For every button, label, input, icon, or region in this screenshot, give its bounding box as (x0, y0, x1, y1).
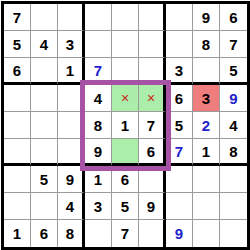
cell-r8c9[interactable] (220, 193, 247, 220)
sudoku-board: 79654387617354××639817524967185916435916… (1, 1, 250, 250)
cell-r3c7[interactable]: 3 (166, 58, 193, 85)
cell-r8c6[interactable]: 9 (139, 193, 166, 220)
cell-r7c2[interactable]: 5 (31, 166, 58, 193)
cell-r8c2[interactable] (31, 193, 58, 220)
cell-r9c4[interactable] (85, 220, 112, 247)
cell-r1c3[interactable] (58, 4, 85, 31)
cell-r6c1[interactable] (4, 139, 31, 166)
cell-r3c8[interactable] (193, 58, 220, 85)
cell-r1c4[interactable] (85, 4, 112, 31)
cell-r9c6[interactable] (139, 220, 166, 247)
cell-r7c6[interactable] (139, 166, 166, 193)
cell-r2c6[interactable] (139, 31, 166, 58)
cell-r1c9[interactable]: 6 (220, 4, 247, 31)
cell-r5c9[interactable]: 4 (220, 112, 247, 139)
cell-r4c7[interactable]: 6 (166, 85, 193, 112)
cell-r2c2[interactable]: 4 (31, 31, 58, 58)
cell-r2c5[interactable] (112, 31, 139, 58)
cell-r8c4[interactable]: 3 (85, 193, 112, 220)
cell-r3c3[interactable]: 1 (58, 58, 85, 85)
cell-r7c9[interactable] (220, 166, 247, 193)
cell-r1c2[interactable] (31, 4, 58, 31)
x-mark-icon: × (121, 91, 129, 105)
cell-r3c1[interactable]: 6 (4, 58, 31, 85)
cell-r5c1[interactable] (4, 112, 31, 139)
cell-r3c4[interactable]: 7 (85, 58, 112, 85)
cell-r7c1[interactable] (4, 166, 31, 193)
cell-r9c2[interactable]: 6 (31, 220, 58, 247)
cell-r4c6[interactable]: × (139, 85, 166, 112)
cell-r8c3[interactable]: 4 (58, 193, 85, 220)
cell-r6c6[interactable]: 6 (139, 139, 166, 166)
cell-r7c8[interactable] (193, 166, 220, 193)
cell-r5c8[interactable]: 2 (193, 112, 220, 139)
cell-r7c7[interactable] (166, 166, 193, 193)
cell-r4c9[interactable]: 9 (220, 85, 247, 112)
cell-r2c1[interactable]: 5 (4, 31, 31, 58)
cell-r7c5[interactable]: 6 (112, 166, 139, 193)
cell-r6c3[interactable] (58, 139, 85, 166)
cell-r5c5[interactable]: 1 (112, 112, 139, 139)
cell-r9c9[interactable] (220, 220, 247, 247)
cell-r1c6[interactable] (139, 4, 166, 31)
cell-r8c8[interactable] (193, 193, 220, 220)
cell-r2c3[interactable]: 3 (58, 31, 85, 58)
cell-r6c5[interactable] (112, 139, 139, 166)
cell-r1c1[interactable]: 7 (4, 4, 31, 31)
cell-r3c5[interactable] (112, 58, 139, 85)
cell-r5c2[interactable] (31, 112, 58, 139)
cell-r9c8[interactable] (193, 220, 220, 247)
cell-r9c1[interactable]: 1 (4, 220, 31, 247)
cell-r4c4[interactable]: 4 (85, 85, 112, 112)
cell-r8c1[interactable] (4, 193, 31, 220)
cell-r5c7[interactable]: 5 (166, 112, 193, 139)
cell-r8c7[interactable] (166, 193, 193, 220)
cell-r6c8[interactable]: 1 (193, 139, 220, 166)
cell-r4c1[interactable] (4, 85, 31, 112)
cell-r4c5[interactable]: × (112, 85, 139, 112)
cell-r2c9[interactable]: 7 (220, 31, 247, 58)
cell-r9c5[interactable]: 7 (112, 220, 139, 247)
x-mark-icon: × (147, 91, 155, 105)
cell-r9c3[interactable]: 8 (58, 220, 85, 247)
cell-r3c2[interactable] (31, 58, 58, 85)
cell-r7c3[interactable]: 9 (58, 166, 85, 193)
cell-r2c4[interactable] (85, 31, 112, 58)
cell-r5c6[interactable]: 7 (139, 112, 166, 139)
cell-r5c3[interactable] (58, 112, 85, 139)
cell-r9c7[interactable]: 9 (166, 220, 193, 247)
cell-r2c8[interactable]: 8 (193, 31, 220, 58)
cell-r1c8[interactable]: 9 (193, 4, 220, 31)
cell-r3c9[interactable]: 5 (220, 58, 247, 85)
cell-r6c7[interactable]: 7 (166, 139, 193, 166)
cell-r8c5[interactable]: 5 (112, 193, 139, 220)
cell-r1c5[interactable] (112, 4, 139, 31)
cell-r6c9[interactable]: 8 (220, 139, 247, 166)
cell-r7c4[interactable]: 1 (85, 166, 112, 193)
cell-r3c6[interactable] (139, 58, 166, 85)
cell-r2c7[interactable] (166, 31, 193, 58)
cell-r4c2[interactable] (31, 85, 58, 112)
cell-r5c4[interactable]: 8 (85, 112, 112, 139)
cell-r6c4[interactable]: 9 (85, 139, 112, 166)
sudoku-grid: 79654387617354××639817524967185916435916… (4, 4, 247, 247)
cell-r4c8[interactable]: 3 (193, 85, 220, 112)
cell-r1c7[interactable] (166, 4, 193, 31)
cell-r4c3[interactable] (58, 85, 85, 112)
cell-r6c2[interactable] (31, 139, 58, 166)
